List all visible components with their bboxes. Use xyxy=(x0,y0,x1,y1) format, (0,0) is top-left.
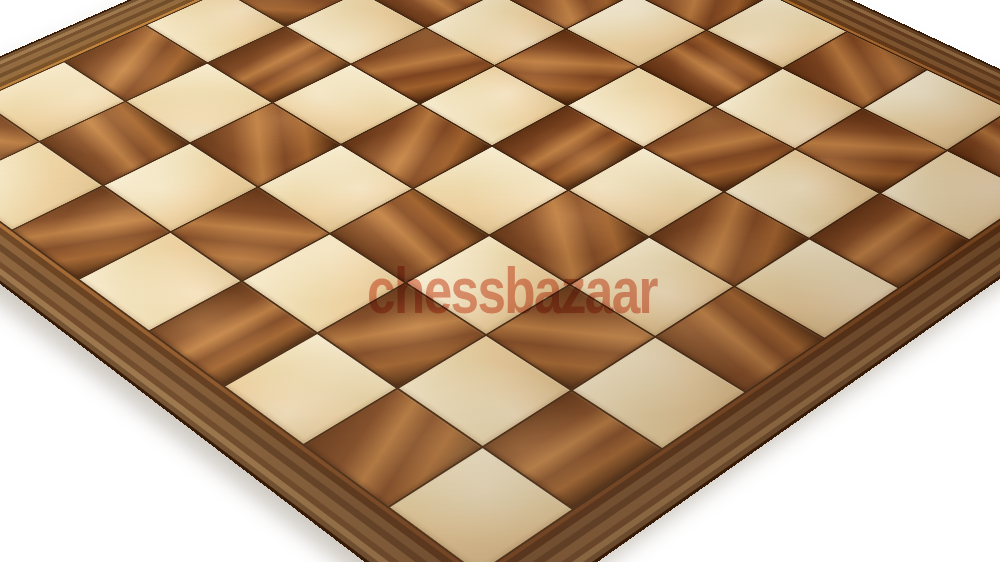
watermark: chessbazaar xyxy=(367,254,657,328)
product-photo: chessbazaar xyxy=(0,0,1000,562)
